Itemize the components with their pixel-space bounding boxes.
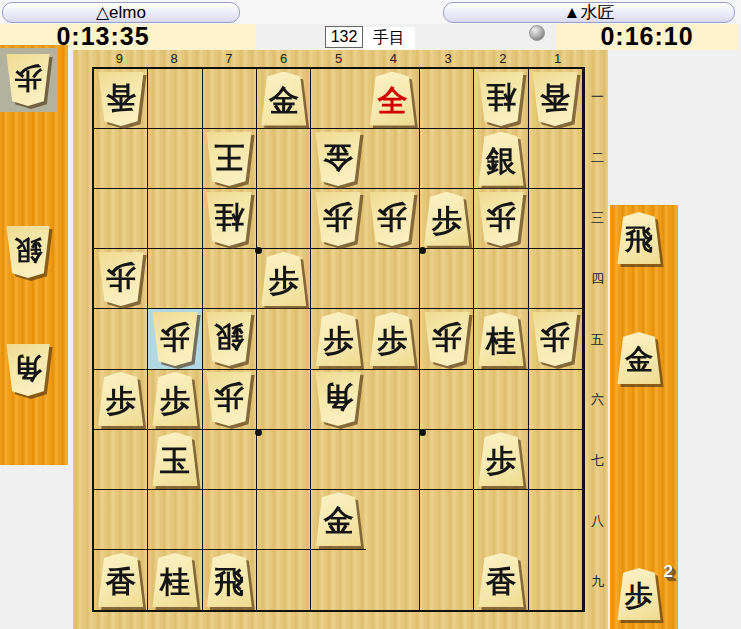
shogi-piece-香[interactable]: 香	[478, 553, 524, 607]
board-square-69[interactable]	[257, 550, 311, 610]
sente-name-label: ▲水匠	[564, 1, 615, 24]
piece-face: 歩	[152, 372, 198, 426]
piece-glyph: 銀	[214, 322, 244, 356]
shogi-piece-金[interactable]: 金	[617, 332, 661, 384]
board-square-35[interactable]: 歩	[420, 309, 474, 369]
piece-glyph: 歩	[106, 262, 136, 296]
piece-glyph: 桂	[486, 82, 516, 116]
board-square-45[interactable]: 歩	[366, 309, 420, 369]
board-square-93[interactable]	[94, 189, 148, 249]
move-number-box[interactable]: 132	[325, 26, 363, 48]
board-square-22[interactable]: 銀	[474, 129, 528, 189]
board-square-94[interactable]: 歩	[94, 249, 148, 309]
piece-face: 金	[315, 132, 361, 186]
board-square-56[interactable]: 角	[311, 370, 365, 430]
piece-glyph: 歩	[486, 442, 516, 476]
board-square-97[interactable]	[94, 430, 148, 490]
piece-glyph: 金	[625, 342, 653, 374]
shogi-piece-香[interactable]: 香	[532, 72, 578, 126]
piece-glyph: 飛	[625, 222, 653, 254]
piece-glyph: 銀	[14, 236, 42, 268]
shogi-piece-歩[interactable]: 歩2	[617, 568, 661, 620]
board-grid: 香金全桂香王金銀桂歩歩歩歩歩歩歩銀歩歩歩桂歩歩歩歩角玉歩金香桂飛香	[92, 67, 585, 612]
piece-face: 桂	[206, 192, 252, 246]
shogi-piece-桂[interactable]: 桂	[478, 72, 524, 126]
file-label: 9	[92, 51, 147, 66]
piece-glyph: 桂	[486, 322, 516, 356]
piece-face: 歩	[478, 432, 524, 486]
piece-glyph: 玉	[160, 442, 190, 476]
shogi-piece-歩[interactable]: 歩	[478, 432, 524, 486]
rank-label: 七	[588, 430, 607, 491]
piece-face: 歩	[152, 312, 198, 366]
board-square-39[interactable]	[420, 550, 474, 610]
board-square-66[interactable]	[257, 370, 311, 430]
board-square-28[interactable]	[474, 490, 528, 550]
board-square-23[interactable]: 歩	[474, 189, 528, 249]
piece-face: 金	[261, 72, 307, 126]
board-square-31[interactable]	[420, 69, 474, 129]
file-label: 4	[366, 51, 421, 66]
shogi-piece-桂[interactable]: 桂	[206, 192, 252, 246]
shogi-piece-歩[interactable]: 歩	[6, 54, 50, 106]
board-square-77[interactable]	[203, 430, 257, 490]
rank-label: 三	[588, 188, 607, 249]
shogi-piece-金[interactable]: 金	[315, 492, 361, 546]
piece-face: 銀	[478, 132, 524, 186]
shogi-piece-歩[interactable]: 歩	[98, 252, 144, 306]
shogi-piece-歩[interactable]: 歩	[98, 372, 144, 426]
board-square-48[interactable]	[366, 490, 420, 550]
piece-face: 歩	[369, 192, 415, 246]
piece-glyph: 歩	[269, 262, 299, 296]
sente-hand-stand: 飛金歩2	[610, 205, 678, 629]
piece-face: 歩	[206, 372, 252, 426]
piece-glyph: 歩	[377, 322, 407, 356]
shogi-piece-角[interactable]: 角	[6, 344, 50, 396]
board-square-85[interactable]: 歩	[148, 309, 202, 369]
board-square-15[interactable]: 歩	[529, 309, 583, 369]
board-square-87[interactable]: 玉	[148, 430, 202, 490]
piece-glyph: 歩	[160, 382, 190, 416]
shogi-piece-玉[interactable]: 玉	[152, 432, 198, 486]
piece-face: 歩	[369, 312, 415, 366]
shogi-piece-桂[interactable]: 桂	[478, 312, 524, 366]
shogi-piece-銀[interactable]: 銀	[6, 226, 50, 278]
sente-name-plate: ▲水匠	[443, 2, 735, 23]
board-square-78[interactable]	[203, 490, 257, 550]
piece-glyph: 金	[269, 82, 299, 116]
piece-face: 香	[98, 72, 144, 126]
piece-face: 桂	[478, 312, 524, 366]
rank-label: 四	[588, 249, 607, 310]
file-label: 1	[530, 51, 585, 66]
board-square-67[interactable]	[257, 430, 311, 490]
board-square-61[interactable]: 金	[257, 69, 311, 129]
board-square-33[interactable]: 歩	[420, 189, 474, 249]
board-square-54[interactable]	[311, 249, 365, 309]
piece-face: 桂	[478, 72, 524, 126]
piece-glyph: 桂	[160, 563, 190, 597]
board-square-96[interactable]: 歩	[94, 370, 148, 430]
board-square-36[interactable]	[420, 370, 474, 430]
shogi-gui-window: △elmo ▲水匠 0:13:35 0:16:10 132 手目 歩銀角 飛金歩…	[0, 0, 741, 629]
piece-face: 歩	[424, 192, 470, 246]
shogi-piece-飛[interactable]: 飛	[617, 212, 661, 264]
board-square-65[interactable]	[257, 309, 311, 369]
board-square-32[interactable]	[420, 129, 474, 189]
piece-face: 歩	[261, 252, 307, 306]
piece-glyph: 歩	[323, 202, 353, 236]
board-square-18[interactable]	[529, 490, 583, 550]
piece-glyph: 金	[323, 142, 353, 176]
piece-glyph: 歩	[214, 382, 244, 416]
board-square-34[interactable]	[420, 249, 474, 309]
rank-labels: 一二三四五六七八九	[588, 67, 607, 612]
board-square-71[interactable]	[203, 69, 257, 129]
piece-glyph: 飛	[214, 563, 244, 597]
board-square-64[interactable]: 歩	[257, 249, 311, 309]
board-square-41[interactable]: 全	[366, 69, 420, 129]
piece-glyph: 王	[214, 142, 244, 176]
piece-face: 全	[369, 72, 415, 126]
file-label: 2	[475, 51, 530, 66]
file-label: 3	[421, 51, 476, 66]
board-square-25[interactable]: 桂	[474, 309, 528, 369]
sente-clock: 0:16:10	[556, 23, 738, 50]
piece-face: 玉	[152, 432, 198, 486]
piece-glyph: 歩	[160, 322, 190, 356]
turn-indicator-orb-icon	[529, 25, 545, 41]
shogi-piece-歩[interactable]: 歩	[152, 312, 198, 366]
piece-face: 歩	[424, 312, 470, 366]
board-square-43[interactable]: 歩	[366, 189, 420, 249]
file-label: 8	[147, 51, 202, 66]
board-square-84[interactable]	[148, 249, 202, 309]
board-square-53[interactable]: 歩	[311, 189, 365, 249]
board-square-92[interactable]	[94, 129, 148, 189]
piece-face: 銀	[206, 312, 252, 366]
board-square-21[interactable]: 桂	[474, 69, 528, 129]
piece-glyph: 銀	[486, 142, 516, 176]
hand-piece-count: 2	[664, 562, 673, 582]
board-square-57[interactable]	[311, 430, 365, 490]
piece-face: 歩	[315, 192, 361, 246]
piece-glyph: 歩	[106, 382, 136, 416]
board-square-75[interactable]: 銀	[203, 309, 257, 369]
board-square-51[interactable]	[311, 69, 365, 129]
shogi-piece-歩[interactable]: 歩	[424, 312, 470, 366]
piece-glyph: 角	[323, 382, 353, 416]
board-square-16[interactable]	[529, 370, 583, 430]
piece-face: 香	[98, 553, 144, 607]
piece-glyph: 金	[323, 502, 353, 536]
board-square-91[interactable]: 香	[94, 69, 148, 129]
shogi-piece-角[interactable]: 角	[315, 372, 361, 426]
piece-glyph: 香	[106, 563, 136, 597]
piece-face: 飛	[206, 553, 252, 607]
piece-face: 香	[532, 72, 578, 126]
board-square-13[interactable]	[529, 189, 583, 249]
file-label: 6	[256, 51, 311, 66]
board-square-83[interactable]	[148, 189, 202, 249]
piece-face: 歩	[478, 192, 524, 246]
piece-glyph: 角	[14, 354, 42, 386]
board-square-68[interactable]	[257, 490, 311, 550]
piece-glyph: 歩	[432, 202, 462, 236]
board-square-73[interactable]: 桂	[203, 189, 257, 249]
shogi-piece-歩[interactable]: 歩	[315, 192, 361, 246]
board-square-27[interactable]: 歩	[474, 430, 528, 490]
piece-face: 王	[206, 132, 252, 186]
gote-hand-stand: 歩銀角	[0, 45, 68, 465]
board-square-79[interactable]: 飛	[203, 550, 257, 610]
shogi-piece-歩[interactable]: 歩	[315, 312, 361, 366]
piece-glyph: 歩	[377, 202, 407, 236]
board-square-29[interactable]: 香	[474, 550, 528, 610]
rank-label: 八	[588, 491, 607, 552]
board-square-62[interactable]	[257, 129, 311, 189]
piece-glyph: 桂	[214, 202, 244, 236]
shogi-piece-金[interactable]: 金	[261, 72, 307, 126]
piece-face: 飛	[617, 212, 661, 264]
board-square-37[interactable]	[420, 430, 474, 490]
piece-face: 香	[478, 553, 524, 607]
board-square-81[interactable]	[148, 69, 202, 129]
board-square-14[interactable]	[529, 249, 583, 309]
shogi-piece-歩[interactable]: 歩	[424, 192, 470, 246]
piece-face: 歩	[6, 54, 50, 106]
board-square-24[interactable]	[474, 249, 528, 309]
shogi-piece-飛[interactable]: 飛	[206, 553, 252, 607]
shogi-piece-歩[interactable]: 歩	[478, 192, 524, 246]
shogi-piece-歩[interactable]: 歩	[532, 312, 578, 366]
piece-face: 銀	[6, 226, 50, 278]
shogi-piece-香[interactable]: 香	[98, 553, 144, 607]
board-square-99[interactable]: 香	[94, 550, 148, 610]
board-square-55[interactable]: 歩	[311, 309, 365, 369]
shogi-piece-全[interactable]: 全	[369, 72, 415, 126]
piece-face: 歩	[98, 372, 144, 426]
board-square-74[interactable]	[203, 249, 257, 309]
shogi-piece-金[interactable]: 金	[315, 132, 361, 186]
shogi-piece-香[interactable]: 香	[98, 72, 144, 126]
board-square-44[interactable]	[366, 249, 420, 309]
rank-label: 一	[588, 67, 607, 128]
piece-face: 金	[315, 492, 361, 546]
board-square-46[interactable]	[366, 370, 420, 430]
board-square-58[interactable]: 金	[311, 490, 365, 550]
shogi-piece-歩[interactable]: 歩	[261, 252, 307, 306]
shogi-piece-桂[interactable]: 桂	[152, 553, 198, 607]
board-square-86[interactable]: 歩	[148, 370, 202, 430]
board-square-11[interactable]: 香	[529, 69, 583, 129]
board-square-47[interactable]	[366, 430, 420, 490]
board-square-89[interactable]: 桂	[148, 550, 202, 610]
shogi-piece-歩[interactable]: 歩	[152, 372, 198, 426]
piece-face: 金	[617, 332, 661, 384]
shogi-board: 987654321 一二三四五六七八九 香金全桂香王金銀桂歩歩歩歩歩歩歩銀歩歩歩…	[73, 50, 608, 629]
piece-glyph: 香	[486, 563, 516, 597]
board-square-49[interactable]	[366, 550, 420, 610]
board-square-72[interactable]: 王	[203, 129, 257, 189]
board-square-95[interactable]	[94, 309, 148, 369]
piece-glyph: 歩	[323, 322, 353, 356]
piece-glyph: 歩	[432, 322, 462, 356]
board-square-59[interactable]	[311, 550, 365, 610]
file-labels: 987654321	[92, 51, 585, 66]
piece-face: 角	[315, 372, 361, 426]
board-square-88[interactable]	[148, 490, 202, 550]
rank-label: 九	[588, 552, 607, 613]
piece-glyph: 歩	[540, 322, 570, 356]
file-label: 5	[311, 51, 366, 66]
piece-face: 歩	[98, 252, 144, 306]
shogi-piece-王[interactable]: 王	[206, 132, 252, 186]
board-square-52[interactable]: 金	[311, 129, 365, 189]
shogi-piece-歩[interactable]: 歩	[369, 312, 415, 366]
piece-face: 歩	[315, 312, 361, 366]
piece-glyph: 香	[106, 82, 136, 116]
piece-glyph: 歩	[486, 202, 516, 236]
board-square-26[interactable]	[474, 370, 528, 430]
board-square-82[interactable]	[148, 129, 202, 189]
board-square-42[interactable]	[366, 129, 420, 189]
board-square-17[interactable]	[529, 430, 583, 490]
board-square-38[interactable]	[420, 490, 474, 550]
rank-label: 六	[588, 370, 607, 431]
move-number-label: 手目	[363, 27, 415, 50]
piece-face: 桂	[152, 553, 198, 607]
piece-glyph: 香	[540, 82, 570, 116]
board-square-63[interactable]	[257, 189, 311, 249]
shogi-piece-銀[interactable]: 銀	[206, 312, 252, 366]
gote-name-label: △elmo	[96, 2, 146, 23]
piece-face: 歩	[532, 312, 578, 366]
board-square-76[interactable]: 歩	[203, 370, 257, 430]
gote-name-plate: △elmo	[2, 2, 240, 23]
board-square-12[interactable]	[529, 129, 583, 189]
rank-label: 五	[588, 309, 607, 370]
piece-glyph: 歩	[14, 64, 42, 96]
piece-face: 歩	[617, 568, 661, 620]
shogi-piece-歩[interactable]: 歩	[206, 372, 252, 426]
board-square-19[interactable]	[529, 550, 583, 610]
shogi-piece-歩[interactable]: 歩	[369, 192, 415, 246]
file-label: 7	[202, 51, 257, 66]
piece-face: 角	[6, 344, 50, 396]
piece-glyph: 歩	[625, 578, 653, 610]
shogi-piece-銀[interactable]: 銀	[478, 132, 524, 186]
rank-label: 二	[588, 128, 607, 189]
board-square-98[interactable]	[94, 490, 148, 550]
piece-glyph: 全	[377, 82, 407, 116]
